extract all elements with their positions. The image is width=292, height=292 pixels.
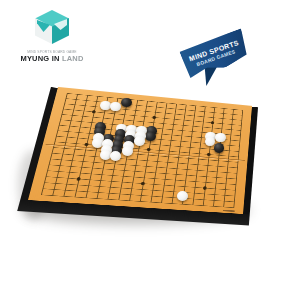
ribbon-badge: MIND SPORTS BOARD GAMES bbox=[180, 30, 254, 90]
star-point bbox=[141, 182, 145, 186]
brand-name-bold: MYUNG IN bbox=[20, 54, 59, 63]
white-stone bbox=[100, 101, 111, 111]
brand-tagline: MIND SPORTS BOARD GAME bbox=[18, 50, 85, 53]
star-point bbox=[84, 142, 88, 146]
star-point bbox=[152, 116, 156, 119]
white-stone bbox=[134, 136, 145, 146]
white-stone bbox=[110, 102, 121, 112]
white-stone bbox=[100, 150, 111, 160]
cube-logo-icon bbox=[35, 10, 69, 50]
brand-logo: MIND SPORTS BOARD GAME MYUNG IN LAND bbox=[12, 8, 92, 60]
product-photo: MIND SPORTS BOARD GAME MYUNG IN LAND MIN… bbox=[0, 0, 292, 292]
star-point bbox=[147, 148, 151, 151]
star-point bbox=[207, 153, 211, 156]
brand-name: MYUNG IN LAND bbox=[0, 54, 112, 63]
star-point bbox=[92, 110, 96, 113]
star-point bbox=[76, 177, 80, 181]
brand-name-light: LAND bbox=[62, 54, 84, 63]
white-stone bbox=[122, 146, 133, 156]
white-stone bbox=[215, 133, 225, 142]
star-point bbox=[203, 186, 207, 190]
black-stone bbox=[121, 98, 131, 107]
board-grid bbox=[41, 93, 243, 208]
black-stone bbox=[214, 143, 225, 152]
star-point bbox=[211, 121, 215, 124]
